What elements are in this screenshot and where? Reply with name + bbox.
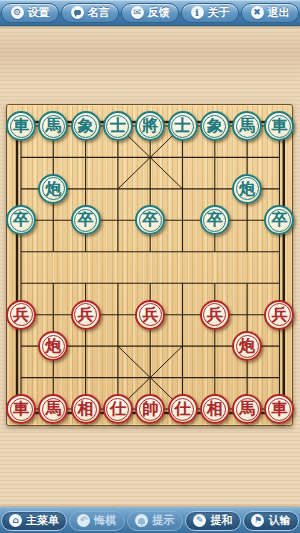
piece-glyph: 炮 xyxy=(239,181,255,197)
piece-ring: 車 xyxy=(268,115,291,138)
piece-glyph: 炮 xyxy=(45,338,61,354)
piece-ring: 相 xyxy=(203,398,226,421)
undo-icon: ↶ xyxy=(77,514,90,527)
feedback-button[interactable]: ✉ 反馈 xyxy=(121,3,179,23)
piece-red-仕[interactable]: 仕 xyxy=(168,394,198,424)
piece-ring: 象 xyxy=(74,115,97,138)
piece-glyph: 兵 xyxy=(13,307,29,323)
piece-ring: 馬 xyxy=(42,115,65,138)
speech-bubble-icon xyxy=(71,6,84,19)
piece-ring: 馬 xyxy=(42,398,65,421)
settings-label: 设置 xyxy=(28,5,50,20)
piece-glyph: 卒 xyxy=(78,212,94,228)
piece-red-兵[interactable]: 兵 xyxy=(135,300,165,330)
piece-ring: 仕 xyxy=(106,398,129,421)
piece-black-卒[interactable]: 卒 xyxy=(200,205,230,235)
gear-icon: ⚙ xyxy=(11,6,24,19)
piece-ring: 炮 xyxy=(42,335,65,358)
piece-red-相[interactable]: 相 xyxy=(200,394,230,424)
home-icon: ⌂ xyxy=(9,514,22,527)
piece-glyph: 相 xyxy=(78,401,94,417)
piece-glyph: 兵 xyxy=(142,307,158,323)
piece-ring: 士 xyxy=(106,115,129,138)
piece-ring: 馬 xyxy=(236,115,259,138)
piece-glyph: 炮 xyxy=(45,181,61,197)
piece-red-兵[interactable]: 兵 xyxy=(71,300,101,330)
piece-ring: 卒 xyxy=(268,209,291,232)
bottom-toolbar: ⌂ 主菜单 ↶ 悔棋 提示 ✎ 提和 ⚑ 认输 xyxy=(0,507,300,533)
main-menu-label: 主菜单 xyxy=(26,513,59,528)
about-label: 关于 xyxy=(208,5,230,20)
bell-icon xyxy=(135,514,148,527)
piece-glyph: 車 xyxy=(271,401,287,417)
piece-ring: 兵 xyxy=(139,303,162,326)
piece-black-卒[interactable]: 卒 xyxy=(71,205,101,235)
piece-red-相[interactable]: 相 xyxy=(71,394,101,424)
piece-ring: 仕 xyxy=(171,398,194,421)
piece-red-兵[interactable]: 兵 xyxy=(264,300,294,330)
piece-ring: 將 xyxy=(139,115,162,138)
piece-ring: 馬 xyxy=(236,398,259,421)
piece-glyph: 相 xyxy=(207,401,223,417)
xiangqi-board[interactable]: 車馬象士將士象馬車炮炮卒卒卒卒卒兵兵兵兵兵炮炮車馬相仕帥仕相馬車 xyxy=(6,104,293,426)
piece-black-炮[interactable]: 炮 xyxy=(38,174,68,204)
piece-red-馬[interactable]: 馬 xyxy=(232,394,262,424)
info-icon: i xyxy=(191,6,204,19)
main-menu-button[interactable]: ⌂ 主菜单 xyxy=(1,511,67,531)
piece-red-兵[interactable]: 兵 xyxy=(6,300,36,330)
piece-black-將[interactable]: 將 xyxy=(135,111,165,141)
piece-black-象[interactable]: 象 xyxy=(71,111,101,141)
piece-glyph: 馬 xyxy=(45,401,61,417)
offer-draw-button[interactable]: ✎ 提和 xyxy=(185,511,241,531)
piece-ring: 炮 xyxy=(236,177,259,200)
piece-glyph: 車 xyxy=(271,118,287,134)
piece-ring: 兵 xyxy=(74,303,97,326)
piece-ring: 炮 xyxy=(42,177,65,200)
piece-glyph: 士 xyxy=(175,118,191,134)
piece-ring: 車 xyxy=(268,398,291,421)
piece-glyph: 卒 xyxy=(207,212,223,228)
piece-glyph: 帥 xyxy=(142,401,158,417)
piece-black-士[interactable]: 士 xyxy=(103,111,133,141)
piece-glyph: 仕 xyxy=(110,401,126,417)
feedback-label: 反馈 xyxy=(148,5,170,20)
piece-red-帥[interactable]: 帥 xyxy=(135,394,165,424)
piece-glyph: 仕 xyxy=(175,401,191,417)
piece-ring: 卒 xyxy=(10,209,33,232)
piece-glyph: 將 xyxy=(142,118,158,134)
resign-button[interactable]: ⚑ 认输 xyxy=(243,511,299,531)
piece-ring: 兵 xyxy=(10,303,33,326)
exit-label: 退出 xyxy=(268,5,290,20)
settings-button[interactable]: ⚙ 设置 xyxy=(1,3,59,23)
piece-glyph: 炮 xyxy=(239,338,255,354)
piece-ring: 兵 xyxy=(203,303,226,326)
piece-glyph: 兵 xyxy=(78,307,94,323)
board-grid xyxy=(7,105,294,427)
piece-glyph: 馬 xyxy=(239,401,255,417)
offer-draw-label: 提和 xyxy=(210,513,232,528)
piece-glyph: 車 xyxy=(13,118,29,134)
piece-glyph: 卒 xyxy=(271,212,287,228)
piece-glyph: 士 xyxy=(110,118,126,134)
resign-label: 认输 xyxy=(268,513,290,528)
piece-glyph: 兵 xyxy=(207,307,223,323)
piece-glyph: 象 xyxy=(78,118,94,134)
piece-glyph: 兵 xyxy=(271,307,287,323)
pencil-icon: ✎ xyxy=(193,514,206,527)
piece-ring: 帥 xyxy=(139,398,162,421)
undo-move-label: 悔棋 xyxy=(94,513,116,528)
piece-glyph: 卒 xyxy=(142,212,158,228)
piece-black-象[interactable]: 象 xyxy=(200,111,230,141)
piece-black-士[interactable]: 士 xyxy=(168,111,198,141)
about-button[interactable]: i 关于 xyxy=(181,3,239,23)
piece-black-炮[interactable]: 炮 xyxy=(232,174,262,204)
piece-ring: 相 xyxy=(74,398,97,421)
piece-red-炮[interactable]: 炮 xyxy=(232,331,262,361)
piece-ring: 車 xyxy=(10,398,33,421)
quotes-label: 名言 xyxy=(88,5,110,20)
piece-black-車[interactable]: 車 xyxy=(6,111,36,141)
piece-red-車[interactable]: 車 xyxy=(6,394,36,424)
app-screen: ⚙ 设置 名言 ✉ 反馈 i 关于 ✖ 退出 車馬象士將士象馬車炮炮卒卒卒卒卒兵… xyxy=(0,0,300,533)
piece-red-兵[interactable]: 兵 xyxy=(200,300,230,330)
quotes-button[interactable]: 名言 xyxy=(61,3,119,23)
envelope-icon: ✉ xyxy=(131,6,144,19)
piece-ring: 炮 xyxy=(236,335,259,358)
piece-glyph: 車 xyxy=(13,401,29,417)
piece-ring: 士 xyxy=(171,115,194,138)
close-icon: ✖ xyxy=(251,6,264,19)
hint-label: 提示 xyxy=(152,513,174,528)
piece-ring: 卒 xyxy=(139,209,162,232)
piece-ring: 兵 xyxy=(268,303,291,326)
top-toolbar: ⚙ 设置 名言 ✉ 反馈 i 关于 ✖ 退出 xyxy=(0,0,300,26)
exit-button[interactable]: ✖ 退出 xyxy=(241,3,299,23)
piece-glyph: 馬 xyxy=(239,118,255,134)
flag-icon: ⚑ xyxy=(251,514,264,527)
piece-ring: 卒 xyxy=(74,209,97,232)
piece-glyph: 馬 xyxy=(45,118,61,134)
piece-ring: 車 xyxy=(10,115,33,138)
piece-glyph: 象 xyxy=(207,118,223,134)
undo-move-button[interactable]: ↶ 悔棋 xyxy=(69,511,125,531)
piece-ring: 象 xyxy=(203,115,226,138)
piece-ring: 卒 xyxy=(203,209,226,232)
hint-button[interactable]: 提示 xyxy=(127,511,183,531)
piece-red-仕[interactable]: 仕 xyxy=(103,394,133,424)
piece-black-馬[interactable]: 馬 xyxy=(232,111,262,141)
piece-glyph: 卒 xyxy=(13,212,29,228)
